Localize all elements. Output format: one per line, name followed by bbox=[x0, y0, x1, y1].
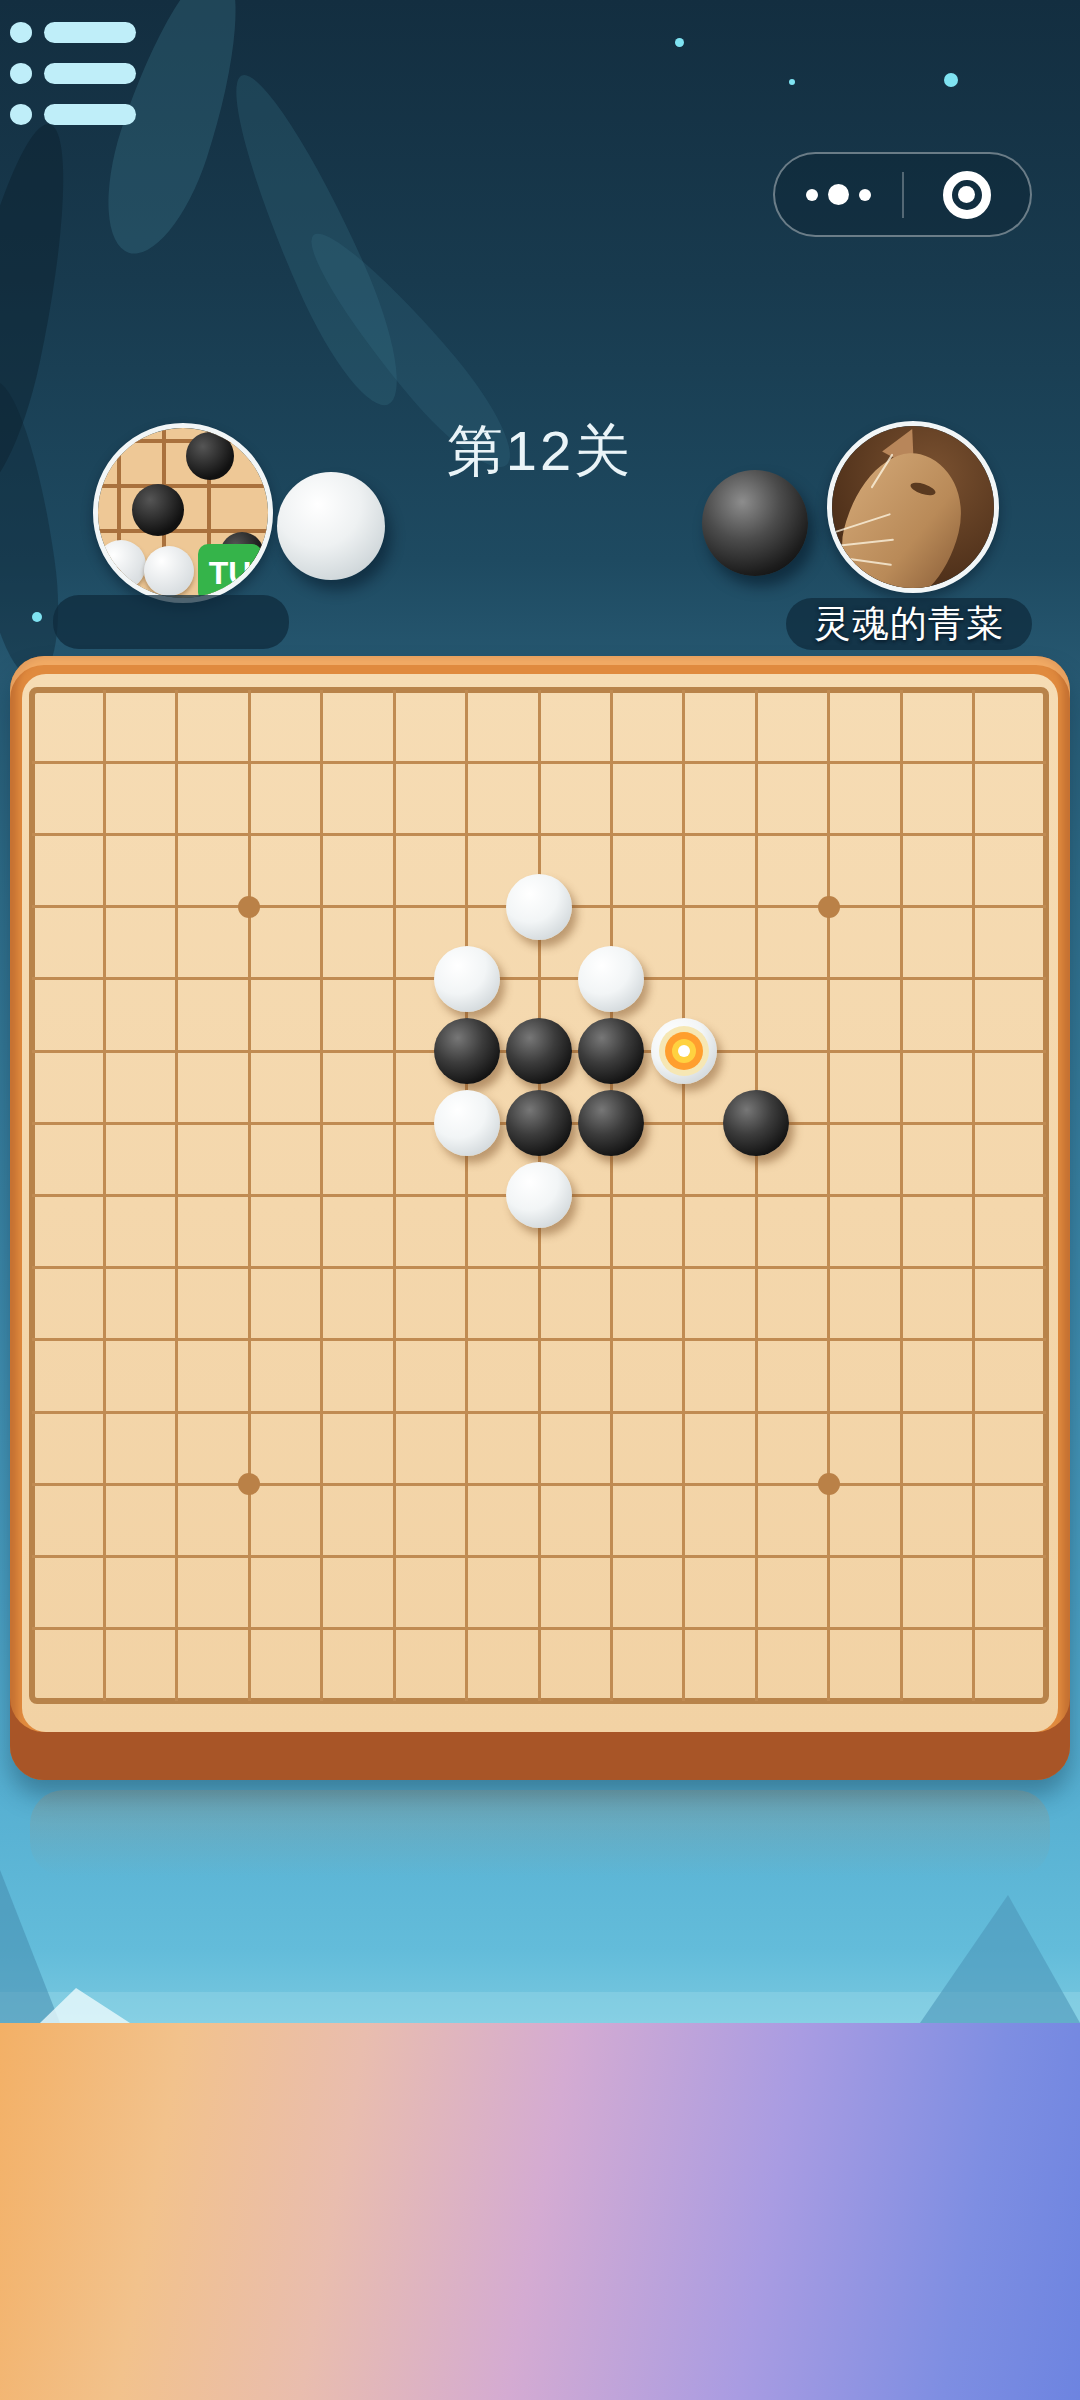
menu-button[interactable] bbox=[10, 22, 140, 126]
right-player-stone-black bbox=[702, 470, 808, 576]
left-player-name-pill bbox=[53, 595, 289, 649]
ad-banner[interactable]: 广告 ∨ 地铁跑酷 知乎 @哄哄 ♪小游戏推广 bbox=[0, 2023, 1080, 2400]
grid-border bbox=[29, 687, 1049, 1704]
spark-dot bbox=[789, 79, 795, 85]
left-player-avatar: TU bbox=[93, 423, 273, 603]
game-screen: 第12关 TU 灵魂的青菜 bbox=[0, 0, 1080, 2400]
spark-dot bbox=[944, 73, 958, 87]
miniprogram-capsule bbox=[773, 152, 1032, 237]
avatar-badge: TU bbox=[198, 544, 262, 602]
cat-photo bbox=[832, 426, 994, 588]
mountain-band bbox=[0, 1992, 1080, 2023]
circle-target-icon bbox=[943, 171, 991, 219]
exit-home-button[interactable] bbox=[904, 154, 1031, 235]
spark-dot bbox=[32, 612, 42, 622]
mountain-silhouette bbox=[0, 1870, 60, 2023]
right-player-avatar bbox=[827, 421, 999, 593]
three-dots-icon bbox=[801, 184, 876, 205]
spark-dot bbox=[675, 38, 684, 47]
avatar-gomoku-photo: TU bbox=[98, 428, 268, 598]
board-reflection bbox=[30, 1790, 1050, 1876]
mountain-silhouette bbox=[920, 1895, 1080, 2023]
right-player-name-pill: 灵魂的青菜 bbox=[786, 598, 1032, 650]
left-player-stone-white bbox=[277, 472, 385, 580]
more-button[interactable] bbox=[775, 154, 902, 235]
